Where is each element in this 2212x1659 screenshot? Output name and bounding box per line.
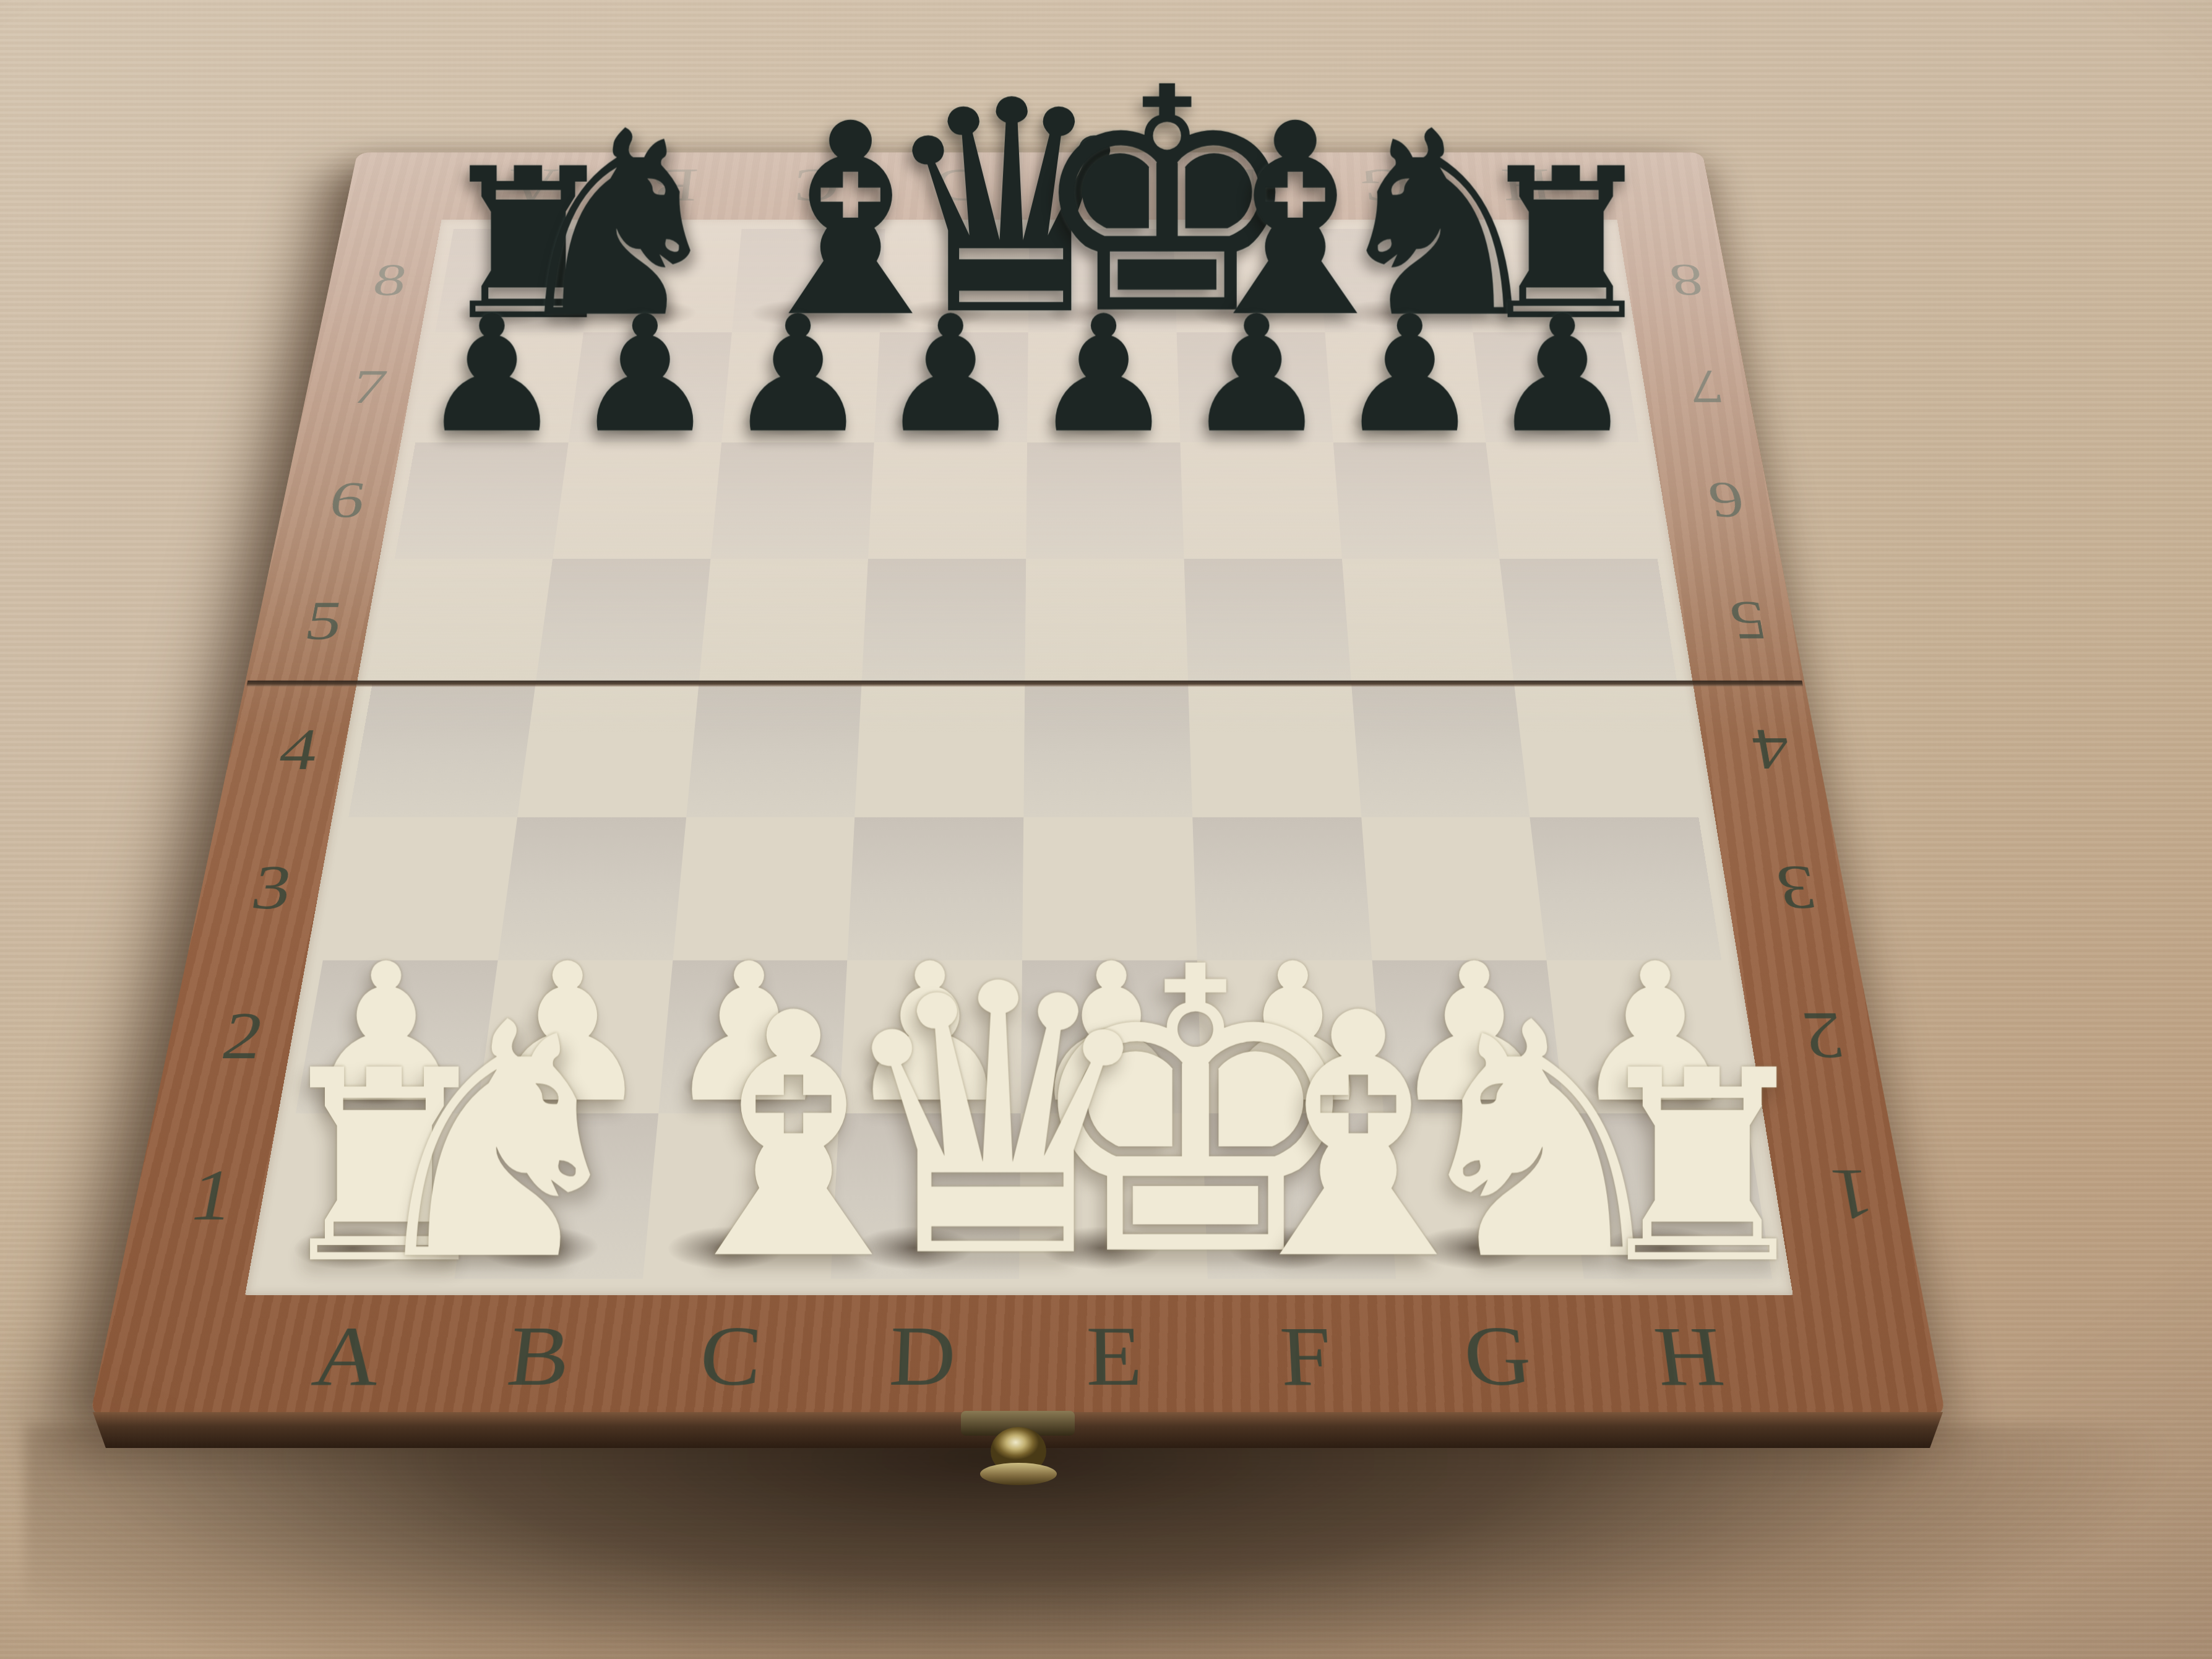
fold-seam [246, 681, 1803, 687]
square-g6 [1333, 442, 1499, 559]
square-d5 [862, 559, 1026, 684]
perspective-wrapper: ABCDEFGH ABCDEFGH 87654321 87654321 ♜♞♝♛… [0, 0, 2212, 1659]
square-b7: ♟ [569, 332, 732, 442]
piece-black-pawn-e7: ♟ [1027, 294, 1180, 455]
piece-black-pawn-a7: ♟ [415, 294, 568, 455]
rank-label-5-right: 5 [1672, 559, 1805, 684]
square-h4 [1514, 684, 1698, 817]
squares-grid: ♜♞♝♛♚♝♞♜♟♟♟♟♟♟♟♟♟♟♟♟♟♟♟♟♜♞♝♛♚♝♞♜ [266, 229, 1772, 1279]
file-label-h-top: H [1452, 152, 1604, 219]
square-h5 [1500, 559, 1677, 684]
square-c1: ♝ [643, 1113, 840, 1278]
chess-board: ABCDEFGH ABCDEFGH 87654321 87654321 ♜♞♝♛… [90, 152, 1946, 1417]
playing-area: ♜♞♝♛♚♝♞♜♟♟♟♟♟♟♟♟♟♟♟♟♟♟♟♟♜♞♝♛♚♝♞♜ [245, 220, 1793, 1296]
square-f7: ♟ [1176, 332, 1333, 442]
piece-white-knight-b1: ♞ [454, 981, 642, 1305]
file-label-g-top: G [1311, 152, 1460, 219]
square-d1: ♛ [831, 1113, 1021, 1278]
rank-label-7-right: 7 [1635, 332, 1758, 442]
square-c7: ♟ [721, 332, 880, 442]
file-label-c-top: C [742, 152, 890, 219]
rank-label-6-left: 6 [272, 442, 401, 559]
square-d4 [855, 684, 1025, 817]
rank-label-6-right: 6 [1653, 442, 1781, 559]
rank-label-4-right: 4 [1693, 684, 1830, 817]
rank-label-1-right: 1 [1763, 1113, 1919, 1278]
piece-black-pawn-f7: ♟ [1180, 294, 1333, 455]
square-f4 [1188, 684, 1361, 817]
square-g4 [1351, 684, 1530, 817]
square-e6 [1026, 442, 1184, 559]
square-g7: ♟ [1325, 332, 1486, 442]
square-h1: ♜ [1565, 1113, 1773, 1278]
square-e4 [1023, 684, 1192, 817]
piece-black-pawn-b7: ♟ [569, 294, 721, 455]
rank-label-7-left: 7 [296, 332, 421, 442]
square-e7: ♟ [1027, 332, 1180, 442]
square-b5 [535, 559, 710, 684]
square-a7: ♟ [415, 332, 583, 442]
piece-black-pawn-d7: ♟ [874, 294, 1027, 455]
square-f6 [1180, 442, 1341, 559]
square-b1: ♞ [454, 1113, 658, 1278]
piece-black-pawn-h7: ♟ [1486, 294, 1639, 455]
piece-white-bishop-c1: ♝ [643, 970, 831, 1306]
square-b6 [553, 442, 721, 559]
file-label-e-bottom: E [1018, 1295, 1212, 1417]
square-a4 [348, 684, 535, 817]
square-a5 [372, 559, 553, 684]
board-cast-shadow [25, 1424, 2178, 1659]
square-c4 [686, 684, 862, 817]
file-label-g-bottom: G [1397, 1295, 1601, 1417]
square-h6 [1486, 442, 1658, 559]
file-label-f-bottom: F [1208, 1295, 1406, 1417]
square-d7: ♟ [874, 332, 1028, 442]
file-label-f-top: F [1171, 152, 1316, 219]
rank-label-3-right: 3 [1715, 817, 1857, 960]
file-label-d-bottom: D [824, 1295, 1019, 1417]
photo-scene: ABCDEFGH ABCDEFGH 87654321 87654321 ♜♞♝♛… [0, 0, 2212, 1659]
piece-black-pawn-g7: ♟ [1333, 294, 1486, 455]
square-f5 [1184, 559, 1351, 684]
piece-white-rook-h1: ♜ [1584, 1036, 1772, 1300]
square-c6 [710, 442, 874, 559]
file-labels-top: ABCDEFGH [455, 152, 1603, 219]
rank-label-8-right: 8 [1619, 229, 1737, 332]
file-label-b-top: B [599, 152, 749, 219]
file-labels-bottom: ABCDEFGH [241, 1295, 1794, 1417]
square-h7: ♟ [1473, 332, 1639, 442]
square-f1: ♝ [1202, 1113, 1396, 1278]
file-label-b-bottom: B [436, 1295, 641, 1417]
square-g5 [1342, 559, 1515, 684]
file-label-h-bottom: H [1586, 1295, 1794, 1417]
file-label-a-bottom: A [241, 1295, 452, 1417]
rank-label-2-right: 2 [1738, 960, 1887, 1113]
square-d6 [868, 442, 1027, 559]
square-b4 [517, 684, 699, 817]
piece-white-queen-d1: ♛ [831, 936, 1019, 1308]
file-label-d-top: D [886, 152, 1030, 219]
piece-white-bishop-f1: ♝ [1207, 970, 1395, 1306]
file-label-a-top: A [455, 152, 608, 219]
file-label-c-bottom: C [630, 1295, 830, 1417]
square-e5 [1025, 559, 1188, 684]
square-c5 [699, 559, 868, 684]
square-a6 [395, 442, 569, 559]
brass-clasp-flange [980, 1463, 1057, 1485]
piece-black-pawn-c7: ♟ [721, 294, 874, 455]
file-label-e-top: E [1030, 152, 1173, 219]
rank-label-5-left: 5 [245, 559, 379, 684]
